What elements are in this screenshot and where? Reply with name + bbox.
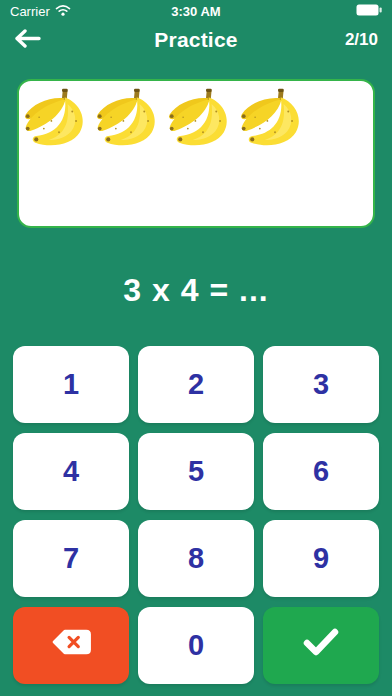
key-1[interactable]: 1 — [13, 346, 129, 423]
question-card — [17, 79, 375, 228]
keypad: 1 2 3 4 5 6 7 8 9 0 — [0, 346, 392, 684]
banana-icon — [95, 87, 167, 153]
confirm-button[interactable] — [263, 607, 379, 684]
key-6[interactable]: 6 — [263, 433, 379, 510]
banana-icon — [23, 87, 95, 153]
battery-icon — [356, 2, 382, 20]
page-title: Practice — [0, 28, 392, 52]
fruit-row — [23, 87, 311, 153]
key-8[interactable]: 8 — [138, 520, 254, 597]
header: Practice 2/10 — [0, 22, 392, 58]
backspace-icon — [48, 626, 94, 665]
arrow-left-icon — [14, 29, 41, 51]
checkmark-icon — [300, 626, 342, 665]
key-9[interactable]: 9 — [263, 520, 379, 597]
carrier-label: Carrier — [10, 4, 50, 19]
key-3[interactable]: 3 — [263, 346, 379, 423]
status-bar: Carrier 3:30 AM — [0, 0, 392, 22]
key-4[interactable]: 4 — [13, 433, 129, 510]
key-0[interactable]: 0 — [138, 607, 254, 684]
wifi-icon — [55, 4, 71, 19]
backspace-button[interactable] — [13, 607, 129, 684]
key-5[interactable]: 5 — [138, 433, 254, 510]
question-equation: 3 x 4 = ... — [0, 271, 392, 309]
key-2[interactable]: 2 — [138, 346, 254, 423]
banana-icon — [239, 87, 311, 153]
back-button[interactable] — [14, 25, 48, 55]
banana-icon — [167, 87, 239, 153]
progress-counter: 2/10 — [345, 30, 378, 50]
key-7[interactable]: 7 — [13, 520, 129, 597]
